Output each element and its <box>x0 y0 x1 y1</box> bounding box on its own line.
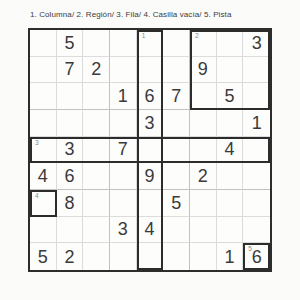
cell-r5c7[interactable] <box>190 137 217 164</box>
cell-digit: 9 <box>198 60 208 78</box>
cell-r6c3[interactable] <box>83 163 110 190</box>
cell-digit: 4 <box>144 220 154 238</box>
cell-r9c8[interactable]: 1 <box>217 243 244 270</box>
cell-r7c5[interactable] <box>137 190 164 217</box>
cell-digit: 5 <box>38 248 48 266</box>
cell-digit: 1 <box>224 248 234 266</box>
cell-r6c4[interactable] <box>110 163 137 190</box>
cell-digit: 3 <box>144 114 154 132</box>
cell-r1c1[interactable] <box>30 30 57 57</box>
cell-r3c7[interactable] <box>190 83 217 110</box>
cell-r9c3[interactable] <box>83 243 110 270</box>
cell-r6c9[interactable] <box>243 163 270 190</box>
cell-r8c7[interactable] <box>190 217 217 244</box>
cell-r2c6[interactable] <box>163 57 190 84</box>
cell-r7c3[interactable] <box>83 190 110 217</box>
cell-r8c1[interactable] <box>30 217 57 244</box>
cell-r3c6[interactable]: 7 <box>163 83 190 110</box>
legend-title: 1. Columna/ 2. Región/ 3. Fila/ 4. Casil… <box>30 10 290 19</box>
cell-digit: 3 <box>64 140 74 158</box>
cell-r9c2[interactable]: 2 <box>57 243 84 270</box>
sudoku-terminology-diagram: { "game": "sudoku", "title": "1. Columna… <box>0 0 300 300</box>
cell-r9c4[interactable] <box>110 243 137 270</box>
cell-r5c3[interactable] <box>83 137 110 164</box>
cell-r8c3[interactable] <box>83 217 110 244</box>
cell-r1c6[interactable] <box>163 30 190 57</box>
cell-r6c1[interactable]: 4 <box>30 163 57 190</box>
sudoku-grid: 53729167531374469285345216 <box>30 30 270 270</box>
cell-r4c5[interactable]: 3 <box>137 110 164 137</box>
cell-r1c4[interactable] <box>110 30 137 57</box>
cell-r4c2[interactable] <box>57 110 84 137</box>
cell-r5c1[interactable] <box>30 137 57 164</box>
cell-r3c5[interactable]: 6 <box>137 83 164 110</box>
cell-r7c4[interactable] <box>110 190 137 217</box>
sudoku-board: 53729167531374469285345216 12345 <box>28 28 272 272</box>
cell-r3c9[interactable] <box>243 83 270 110</box>
cell-r6c8[interactable] <box>217 163 244 190</box>
cell-digit: 2 <box>64 248 74 266</box>
cell-r1c3[interactable] <box>83 30 110 57</box>
cell-r7c2[interactable]: 8 <box>57 190 84 217</box>
cell-r8c4[interactable]: 3 <box>110 217 137 244</box>
cell-digit: 5 <box>64 34 74 52</box>
cell-r9c9[interactable]: 6 <box>243 243 270 270</box>
cell-r9c1[interactable]: 5 <box>30 243 57 270</box>
cell-r1c8[interactable] <box>217 30 244 57</box>
cell-r2c4[interactable] <box>110 57 137 84</box>
cell-digit: 6 <box>144 87 154 105</box>
cell-r4c9[interactable]: 1 <box>243 110 270 137</box>
cell-digit: 1 <box>118 87 128 105</box>
cell-r7c1[interactable] <box>30 190 57 217</box>
cell-r3c4[interactable]: 1 <box>110 83 137 110</box>
cell-r1c7[interactable] <box>190 30 217 57</box>
cell-r8c9[interactable] <box>243 217 270 244</box>
cell-digit: 3 <box>118 220 128 238</box>
cell-r4c7[interactable] <box>190 110 217 137</box>
cell-r5c2[interactable]: 3 <box>57 137 84 164</box>
cell-r4c4[interactable] <box>110 110 137 137</box>
cell-r4c8[interactable] <box>217 110 244 137</box>
cell-r8c6[interactable] <box>163 217 190 244</box>
cell-r7c8[interactable] <box>217 190 244 217</box>
cell-r5c8[interactable]: 4 <box>217 137 244 164</box>
cell-digit: 6 <box>64 167 74 185</box>
cell-r7c6[interactable]: 5 <box>163 190 190 217</box>
cell-r7c9[interactable] <box>243 190 270 217</box>
cell-r4c3[interactable] <box>83 110 110 137</box>
cell-r9c7[interactable] <box>190 243 217 270</box>
cell-r5c5[interactable] <box>137 137 164 164</box>
cell-r4c6[interactable] <box>163 110 190 137</box>
cell-r3c8[interactable]: 5 <box>217 83 244 110</box>
cell-digit: 7 <box>118 140 128 158</box>
cell-digit: 5 <box>224 87 234 105</box>
cell-digit: 7 <box>171 87 181 105</box>
cell-r5c9[interactable] <box>243 137 270 164</box>
cell-r2c2[interactable]: 7 <box>57 57 84 84</box>
cell-r7c7[interactable] <box>190 190 217 217</box>
cell-r1c2[interactable]: 5 <box>57 30 84 57</box>
cell-digit: 3 <box>252 34 262 52</box>
cell-r6c7[interactable]: 2 <box>190 163 217 190</box>
cell-r5c6[interactable] <box>163 137 190 164</box>
cell-r8c8[interactable] <box>217 217 244 244</box>
cell-r2c1[interactable] <box>30 57 57 84</box>
cell-r6c6[interactable] <box>163 163 190 190</box>
cell-digit: 1 <box>252 114 262 132</box>
cell-r8c2[interactable] <box>57 217 84 244</box>
cell-r1c5[interactable] <box>137 30 164 57</box>
cell-r3c3[interactable] <box>83 83 110 110</box>
cell-r2c7[interactable]: 9 <box>190 57 217 84</box>
cell-digit: 2 <box>198 167 208 185</box>
cell-r2c8[interactable] <box>217 57 244 84</box>
cell-r3c2[interactable] <box>57 83 84 110</box>
cell-r9c6[interactable] <box>163 243 190 270</box>
cell-digit: 5 <box>171 194 181 212</box>
cell-digit: 2 <box>91 60 101 78</box>
cell-digit: 4 <box>224 140 234 158</box>
cell-r6c5[interactable]: 9 <box>137 163 164 190</box>
cell-r2c3[interactable]: 2 <box>83 57 110 84</box>
cell-digit: 9 <box>144 167 154 185</box>
cell-r1c9[interactable]: 3 <box>243 30 270 57</box>
cell-r4c1[interactable] <box>30 110 57 137</box>
cell-r5c4[interactable]: 7 <box>110 137 137 164</box>
cell-r6c2[interactable]: 6 <box>57 163 84 190</box>
cell-digit: 6 <box>252 248 262 266</box>
cell-r2c9[interactable] <box>243 57 270 84</box>
cell-r9c5[interactable] <box>137 243 164 270</box>
cell-r2c5[interactable] <box>137 57 164 84</box>
cell-r8c5[interactable]: 4 <box>137 217 164 244</box>
cell-r3c1[interactable] <box>30 83 57 110</box>
cell-digit: 4 <box>38 167 48 185</box>
cell-digit: 7 <box>64 60 74 78</box>
cell-digit: 8 <box>64 194 74 212</box>
